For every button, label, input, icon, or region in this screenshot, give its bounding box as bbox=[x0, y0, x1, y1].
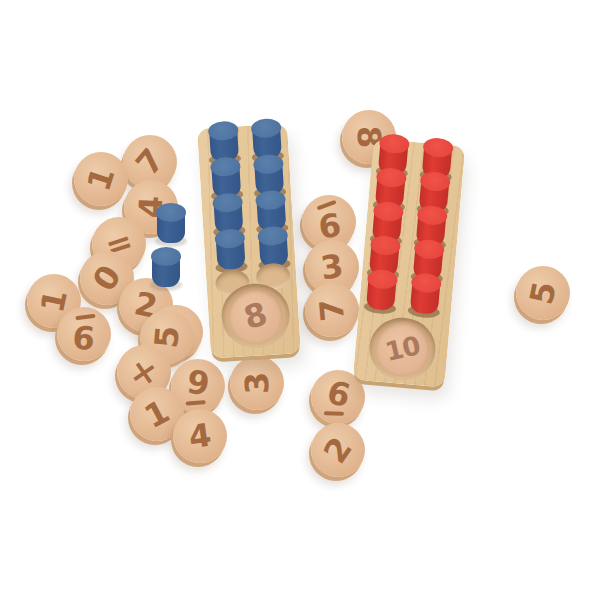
disc-digit: 9 bbox=[316, 207, 343, 242]
number-disc[interactable]: 9 bbox=[57, 307, 111, 361]
disc-digit: 7 bbox=[315, 298, 349, 323]
number-disc[interactable]: 7 bbox=[305, 283, 359, 337]
number-disc[interactable]: 1 bbox=[74, 152, 128, 206]
digit-underline bbox=[186, 400, 206, 405]
board-peg-blue[interactable] bbox=[214, 228, 247, 274]
board-peg-red[interactable] bbox=[408, 272, 442, 318]
disc-digit: 1 bbox=[82, 163, 119, 194]
peg-top bbox=[151, 247, 181, 266]
disc-digit: 3 bbox=[319, 250, 346, 285]
number-disc[interactable]: 5 bbox=[516, 266, 570, 320]
disc-digit: 9 bbox=[185, 366, 212, 401]
loose-peg-blue[interactable] bbox=[156, 203, 186, 247]
disc-digit: 6 bbox=[324, 376, 353, 412]
disc-digit: 5 bbox=[525, 279, 561, 307]
disc-digit: 7 bbox=[131, 143, 170, 181]
disc-recess: 10 bbox=[367, 315, 438, 383]
number-disc[interactable]: 4 bbox=[173, 409, 227, 463]
number-disc[interactable]: 2 bbox=[311, 423, 365, 477]
board-number-disc[interactable]: 8 bbox=[227, 287, 284, 344]
board-peg-red[interactable] bbox=[365, 268, 399, 314]
peg-top bbox=[156, 203, 186, 222]
number-disc[interactable]: 3 bbox=[230, 356, 284, 410]
product-photo-scene: 8 7 1 4 9 = 3 0 5 1 2 7 9 5 × 3 9 6 1 4 … bbox=[0, 0, 600, 600]
number-disc[interactable]: 6 bbox=[311, 370, 365, 424]
right-counting-board: 10 bbox=[353, 138, 466, 387]
disc-digit: 9 bbox=[71, 320, 96, 354]
disc-digit: 4 bbox=[187, 419, 214, 454]
loose-peg-blue[interactable] bbox=[151, 247, 181, 291]
disc-digit: 10 bbox=[383, 332, 422, 365]
left-counting-board: 8 bbox=[197, 123, 301, 358]
disc-digit: 2 bbox=[319, 432, 358, 469]
board-number-disc[interactable]: 10 bbox=[373, 320, 432, 379]
disc-digit: 8 bbox=[241, 297, 271, 334]
disc-digit: 3 bbox=[241, 371, 274, 394]
